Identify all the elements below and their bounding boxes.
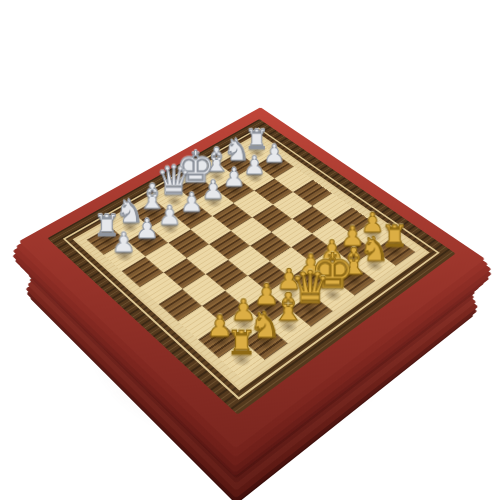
- square-b4: [163, 258, 205, 289]
- square-a8: ♜: [219, 341, 265, 377]
- product-photo: ♜♟♟♜♞♟♟♞♝♟♟♝♚♟♟♚♛♟♟♛♝♟♟♝♞♟♟♞♜♟♟♜: [0, 0, 500, 500]
- piece-silver-pawn-a2: ♟: [108, 228, 141, 255]
- piece-gold-rook-a8: ♜: [222, 326, 262, 359]
